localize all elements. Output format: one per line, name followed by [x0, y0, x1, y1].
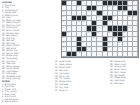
cell-number: 37: [98, 32, 100, 34]
cell-number: 52: [108, 47, 110, 49]
cell-number: 17: [103, 11, 105, 13]
cell-number: 50: [62, 47, 64, 49]
cell-number: 38: [108, 32, 110, 34]
cell-number: 46: [62, 42, 64, 44]
cell-number: 6: [133, 1, 134, 3]
cell-number: 22: [98, 16, 100, 18]
cell-number: 34: [128, 27, 130, 29]
cell-number: 43: [108, 37, 110, 39]
cell-number: 24: [128, 16, 130, 18]
cell-number: 31: [62, 27, 64, 29]
cell-number: 8: [77, 6, 78, 8]
cell-number: 51: [88, 47, 90, 49]
cell-number: 35: [67, 32, 69, 34]
clues-bottom-right-column: 28. Deep hole29. Warm coat33. Long grass…: [110, 60, 139, 104]
cell-number: 21: [88, 16, 90, 18]
clues-bottom-middle-column: 10. Loud noise11. Open space12. Short no…: [55, 60, 107, 104]
cell-number: 12: [113, 6, 115, 8]
cell-number: 29: [82, 21, 84, 23]
cell-number: 23: [113, 16, 115, 18]
clue-item: 27. High hill: [55, 89, 107, 92]
cell-number: 44: [113, 37, 115, 39]
cell-number: 19: [123, 11, 125, 13]
cell-number: 40: [62, 37, 64, 39]
cell-number: 53: [77, 52, 79, 54]
cell-number: 27: [72, 21, 74, 23]
cell-number: 15: [88, 11, 90, 13]
cell-number: 36: [88, 32, 90, 34]
cell-number: 13: [128, 6, 130, 8]
cell-number: 14: [62, 11, 64, 13]
cell-number: 48: [108, 42, 110, 44]
cell-number: 28: [77, 21, 79, 23]
cell-number: 1: [67, 1, 68, 3]
cell-number: 7: [62, 6, 63, 8]
cell-number: 2: [72, 1, 73, 3]
clue-item: 8. Stone block: [2, 100, 47, 103]
clue-item: 49. Red gem: [110, 82, 139, 85]
cell-number: 26: [62, 21, 64, 23]
cell-number: 9: [98, 6, 99, 8]
cell-number: 42: [93, 37, 95, 39]
crossword-grid[interactable]: 1234567891011121314151617181920212223242…: [61, 0, 139, 58]
cell-number: 41: [82, 37, 84, 39]
cell-number: 33: [103, 27, 105, 29]
cell-number: 10: [103, 6, 105, 8]
cell-number: 5: [128, 1, 129, 3]
cell-number: 18: [118, 11, 120, 13]
grid-cell-white[interactable]: [133, 52, 138, 57]
cell-number: 16: [93, 11, 95, 13]
cell-number: 4: [98, 1, 99, 3]
cell-number: 20: [62, 16, 64, 18]
cell-number: 47: [82, 42, 84, 44]
cell-number: 30: [108, 21, 110, 23]
cell-number: 39: [123, 32, 125, 34]
cell-number: 45: [123, 37, 125, 39]
cell-number: 32: [98, 27, 100, 29]
clues-left-column: ACROSS1. Pub drink3. Tidy5. Compass pt.7…: [2, 1, 47, 104]
cell-number: 49: [118, 42, 120, 44]
cell-number: 11: [108, 6, 110, 8]
cell-number: 3: [82, 1, 83, 3]
cell-number: 25: [133, 16, 135, 18]
crossword-page: ACROSS1. Pub drink3. Tidy5. Compass pt.7…: [0, 0, 140, 105]
